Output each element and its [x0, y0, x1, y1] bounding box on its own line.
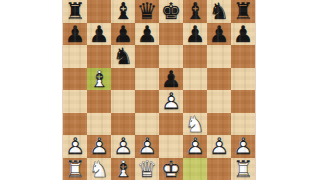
piece-black-rook-a8[interactable]: ♜	[63, 0, 87, 23]
square-f3[interactable]: ♞♘	[183, 113, 207, 136]
square-b3[interactable]	[87, 113, 111, 136]
square-b6[interactable]	[87, 45, 111, 68]
square-d6[interactable]	[135, 45, 159, 68]
black-pawn-glyph: ♟	[161, 68, 182, 91]
square-g5[interactable]	[207, 68, 231, 91]
piece-white-pawn-a2[interactable]: ♟♙	[63, 135, 87, 158]
square-h7[interactable]: ♟	[231, 23, 255, 46]
piece-black-knight-g8[interactable]: ♞	[207, 0, 231, 23]
square-g2[interactable]: ♟♙	[207, 135, 231, 158]
white-pawn-outline: ♙	[233, 135, 254, 158]
white-knight-outline: ♘	[185, 113, 206, 136]
piece-black-queen-d8[interactable]: ♛	[135, 0, 159, 23]
black-pawn-glyph: ♟	[185, 23, 206, 46]
square-d1[interactable]: ♛♕	[135, 158, 159, 181]
square-e8[interactable]: ♚	[159, 0, 183, 23]
square-d3[interactable]	[135, 113, 159, 136]
piece-black-pawn-c7[interactable]: ♟	[111, 23, 135, 46]
piece-white-pawn-b2[interactable]: ♟♙	[87, 135, 111, 158]
piece-black-pawn-d7[interactable]: ♟	[135, 23, 159, 46]
square-d5[interactable]	[135, 68, 159, 91]
square-f6[interactable]	[183, 45, 207, 68]
square-d8[interactable]: ♛	[135, 0, 159, 23]
black-pawn-glyph: ♟	[137, 23, 158, 46]
piece-white-rook-a1[interactable]: ♜♖	[63, 158, 87, 181]
square-a2[interactable]: ♟♙	[63, 135, 87, 158]
square-b5[interactable]: ♝♗	[87, 68, 111, 91]
white-pawn-outline: ♙	[209, 135, 230, 158]
piece-white-pawn-h2[interactable]: ♟♙	[231, 135, 255, 158]
square-g6[interactable]	[207, 45, 231, 68]
black-rook-glyph: ♜	[233, 0, 254, 23]
piece-white-king-e1[interactable]: ♚♔	[159, 158, 183, 181]
piece-white-queen-d1[interactable]: ♛♕	[135, 158, 159, 181]
square-a8[interactable]: ♜	[63, 0, 87, 23]
square-b4[interactable]	[87, 90, 111, 113]
square-h4[interactable]	[231, 90, 255, 113]
square-d7[interactable]: ♟	[135, 23, 159, 46]
square-b8[interactable]	[87, 0, 111, 23]
square-e2[interactable]	[159, 135, 183, 158]
square-a3[interactable]	[63, 113, 87, 136]
square-a1[interactable]: ♜♖	[63, 158, 87, 181]
square-f8[interactable]: ♝	[183, 0, 207, 23]
square-g8[interactable]: ♞	[207, 0, 231, 23]
square-c2[interactable]: ♟♙	[111, 135, 135, 158]
square-c3[interactable]	[111, 113, 135, 136]
piece-black-rook-h8[interactable]: ♜	[231, 0, 255, 23]
square-c5[interactable]	[111, 68, 135, 91]
white-pawn-outline: ♙	[161, 90, 182, 113]
square-h3[interactable]	[231, 113, 255, 136]
square-c7[interactable]: ♟	[111, 23, 135, 46]
square-g1[interactable]	[207, 158, 231, 181]
black-rook-glyph: ♜	[65, 0, 86, 23]
square-f4[interactable]	[183, 90, 207, 113]
black-knight-glyph: ♞	[113, 45, 134, 68]
piece-black-knight-c6[interactable]: ♞	[111, 45, 135, 68]
square-g4[interactable]	[207, 90, 231, 113]
piece-white-bishop-c1[interactable]: ♝♗	[111, 158, 135, 181]
white-bishop-outline: ♗	[113, 158, 134, 181]
square-f1[interactable]	[183, 158, 207, 181]
piece-white-pawn-c2[interactable]: ♟♙	[111, 135, 135, 158]
white-pawn-outline: ♙	[113, 135, 134, 158]
square-a4[interactable]	[63, 90, 87, 113]
square-d2[interactable]: ♟♙	[135, 135, 159, 158]
piece-white-pawn-f2[interactable]: ♟♙	[183, 135, 207, 158]
piece-black-bishop-c8[interactable]: ♝	[111, 0, 135, 23]
piece-white-knight-f3[interactable]: ♞♘	[183, 113, 207, 136]
white-knight-outline: ♘	[89, 158, 110, 181]
white-king-outline: ♔	[161, 158, 182, 181]
piece-black-pawn-g7[interactable]: ♟	[207, 23, 231, 46]
square-e3[interactable]	[159, 113, 183, 136]
square-e4[interactable]: ♟♙	[159, 90, 183, 113]
square-e7[interactable]	[159, 23, 183, 46]
piece-black-pawn-h7[interactable]: ♟	[231, 23, 255, 46]
black-bishop-glyph: ♝	[185, 0, 206, 23]
black-king-glyph: ♚	[161, 0, 182, 23]
square-e5[interactable]: ♟	[159, 68, 183, 91]
white-queen-outline: ♕	[137, 158, 158, 181]
piece-black-pawn-f7[interactable]: ♟	[183, 23, 207, 46]
white-pawn-outline: ♙	[65, 135, 86, 158]
square-b7[interactable]: ♟	[87, 23, 111, 46]
black-knight-glyph: ♞	[209, 0, 230, 23]
square-a6[interactable]	[63, 45, 87, 68]
square-a5[interactable]	[63, 68, 87, 91]
square-e6[interactable]	[159, 45, 183, 68]
square-h6[interactable]	[231, 45, 255, 68]
white-pawn-outline: ♙	[137, 135, 158, 158]
square-e1[interactable]: ♚♔	[159, 158, 183, 181]
square-c8[interactable]: ♝	[111, 0, 135, 23]
black-pawn-glyph: ♟	[233, 23, 254, 46]
black-pawn-glyph: ♟	[209, 23, 230, 46]
white-pawn-outline: ♙	[185, 135, 206, 158]
piece-black-king-e8[interactable]: ♚	[159, 0, 183, 23]
square-h1[interactable]: ♜♖	[231, 158, 255, 181]
square-g3[interactable]	[207, 113, 231, 136]
chess-board: ♜♝♛♚♝♞♜♟♟♟♟♟♟♟♞♝♗♟♟♙♞♘♟♙♟♙♟♙♟♙♟♙♟♙♟♙♜♖♞♘…	[63, 0, 255, 180]
white-rook-outline: ♖	[65, 158, 86, 181]
square-h8[interactable]: ♜	[231, 0, 255, 23]
square-f2[interactable]: ♟♙	[183, 135, 207, 158]
square-c4[interactable]	[111, 90, 135, 113]
black-pawn-glyph: ♟	[89, 23, 110, 46]
page-background: ♜♝♛♚♝♞♜♟♟♟♟♟♟♟♞♝♗♟♟♙♞♘♟♙♟♙♟♙♟♙♟♙♟♙♟♙♜♖♞♘…	[0, 0, 320, 180]
square-d4[interactable]	[135, 90, 159, 113]
square-b2[interactable]: ♟♙	[87, 135, 111, 158]
square-b1[interactable]: ♞♘	[87, 158, 111, 181]
piece-black-bishop-f8[interactable]: ♝	[183, 0, 207, 23]
black-pawn-glyph: ♟	[65, 23, 86, 46]
piece-white-pawn-d2[interactable]: ♟♙	[135, 135, 159, 158]
square-f7[interactable]: ♟	[183, 23, 207, 46]
square-h5[interactable]	[231, 68, 255, 91]
black-bishop-glyph: ♝	[113, 0, 134, 23]
white-bishop-outline: ♗	[89, 68, 110, 91]
square-a7[interactable]: ♟	[63, 23, 87, 46]
piece-black-pawn-e5[interactable]: ♟	[159, 68, 183, 91]
piece-white-knight-b1[interactable]: ♞♘	[87, 158, 111, 181]
square-c6[interactable]: ♞	[111, 45, 135, 68]
black-queen-glyph: ♛	[137, 0, 158, 23]
piece-white-pawn-e4[interactable]: ♟♙	[159, 90, 183, 113]
piece-white-bishop-b5[interactable]: ♝♗	[87, 68, 111, 91]
square-h2[interactable]: ♟♙	[231, 135, 255, 158]
square-g7[interactable]: ♟	[207, 23, 231, 46]
white-rook-outline: ♖	[233, 158, 254, 181]
piece-white-pawn-g2[interactable]: ♟♙	[207, 135, 231, 158]
piece-black-pawn-a7[interactable]: ♟	[63, 23, 87, 46]
piece-white-rook-h1[interactable]: ♜♖	[231, 158, 255, 181]
square-c1[interactable]: ♝♗	[111, 158, 135, 181]
square-f5[interactable]	[183, 68, 207, 91]
piece-black-pawn-b7[interactable]: ♟	[87, 23, 111, 46]
white-pawn-outline: ♙	[89, 135, 110, 158]
black-pawn-glyph: ♟	[113, 23, 134, 46]
